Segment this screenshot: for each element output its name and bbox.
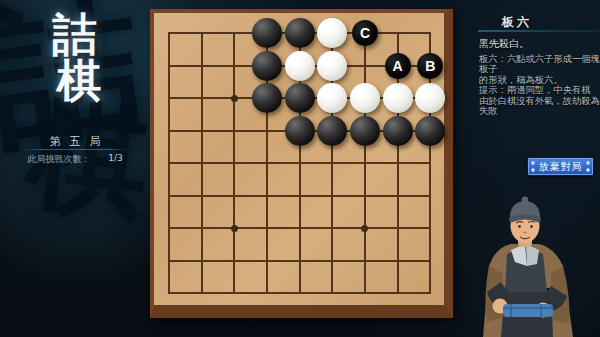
attempts-value: 1/3 [108,153,122,166]
choice-marker-b[interactable]: B [417,53,443,79]
stone-white [317,83,347,113]
stone-black [252,83,282,113]
stone-black [350,116,380,146]
stage-label: 第五局 [0,134,150,149]
star-point [231,95,238,102]
puzzle-title: 板六 [478,14,556,31]
puzzle-description: 板六：六點或六子形成一個塊板子 的形狀，稱為板六。 提示：兩邊同型，中央有棋 由… [479,54,600,116]
stone-black [285,18,315,48]
description-line: 由於白棋沒有外氣，故劫殺為失敗 [479,96,600,117]
title-char-1: 詰 [0,12,150,58]
board-cells[interactable]: CAB [153,17,447,310]
stone-white [317,51,347,81]
stone-white [415,83,445,113]
stone-white [285,51,315,81]
stone-black [285,116,315,146]
stone-black [415,116,445,146]
stone-black [252,18,282,48]
stone-white [317,18,347,48]
stone-black [383,116,413,146]
star-point [361,225,368,232]
stone-black [252,51,282,81]
forfeit-button[interactable]: 放棄對局 [527,157,594,176]
attempts-counter: 此局挑戰次數： 1/3 [0,153,150,166]
stone-black [285,83,315,113]
attempts-label: 此局挑戰次數： [27,153,90,166]
choice-marker-a[interactable]: A [385,53,411,79]
left-panel-divider [22,149,128,150]
description-line: 板六：六點或六子形成一個塊板子 [479,54,600,75]
puzzle-title-divider [478,30,600,32]
title-char-2: 棋 [8,58,150,104]
puzzle-objective: 黑先殺白。 [479,37,529,51]
stone-white [350,83,380,113]
game-title-calligraphy: 詰 棋 [0,12,150,104]
choice-marker-c[interactable]: C [352,20,378,46]
star-point [231,225,238,232]
character-illustration [481,196,600,337]
left-panel: 詰 棋 詰 棋 第五局 此局挑戰次數： 1/3 [0,0,150,337]
stone-black [317,116,347,146]
stone-white [383,83,413,113]
